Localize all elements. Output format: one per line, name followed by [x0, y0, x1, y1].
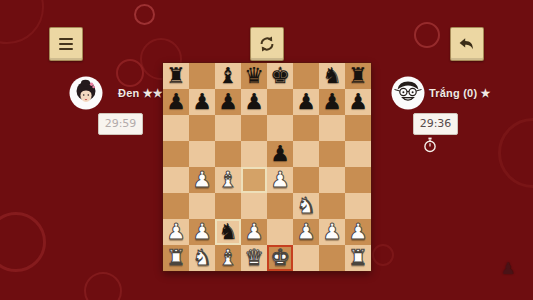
square-a1[interactable]: ♜ — [163, 245, 189, 271]
decor-circle — [84, 272, 122, 300]
undo-icon — [457, 34, 477, 54]
white-king: ♚ — [267, 245, 293, 271]
hamburger-icon — [59, 35, 73, 53]
square-f8[interactable] — [293, 63, 319, 89]
white-player-clock: 29:36 — [413, 113, 458, 135]
square-c3[interactable] — [215, 193, 241, 219]
white-player-avatar[interactable] — [391, 76, 425, 110]
black-pawn: ♟ — [267, 141, 293, 167]
chess-board: ♜♝♛♚♞♜♟♟♟♟♟♟♟♟♟♝♟♞♟♟♞♟♟♟♟♜♞♝♛♚♜ — [163, 63, 371, 271]
square-b5[interactable] — [189, 141, 215, 167]
square-g5[interactable] — [319, 141, 345, 167]
white-bishop: ♝ — [215, 245, 241, 271]
square-a8[interactable]: ♜ — [163, 63, 189, 89]
square-f4[interactable] — [293, 167, 319, 193]
square-a2[interactable]: ♟ — [163, 219, 189, 245]
black-pawn: ♟ — [345, 89, 371, 115]
white-bishop: ♝ — [215, 167, 241, 193]
square-g7[interactable]: ♟ — [319, 89, 345, 115]
white-pawn: ♟ — [293, 219, 319, 245]
decor-circle — [372, 244, 394, 266]
square-b3[interactable] — [189, 193, 215, 219]
square-h8[interactable]: ♜ — [345, 63, 371, 89]
square-f7[interactable]: ♟ — [293, 89, 319, 115]
square-c1[interactable]: ♝ — [215, 245, 241, 271]
white-pawn: ♟ — [345, 219, 371, 245]
decor-circle — [414, 22, 440, 48]
square-e5[interactable]: ♟ — [267, 141, 293, 167]
square-d6[interactable] — [241, 115, 267, 141]
white-queen: ♛ — [241, 245, 267, 271]
square-d4[interactable] — [241, 167, 267, 193]
square-d1[interactable]: ♛ — [241, 245, 267, 271]
square-d5[interactable] — [241, 141, 267, 167]
white-pawn: ♟ — [163, 219, 189, 245]
black-pawn: ♟ — [163, 89, 189, 115]
square-b7[interactable]: ♟ — [189, 89, 215, 115]
square-e1[interactable]: ♚ — [267, 245, 293, 271]
square-g6[interactable] — [319, 115, 345, 141]
square-f3[interactable]: ♞ — [293, 193, 319, 219]
black-king: ♚ — [267, 63, 293, 89]
black-rook: ♜ — [345, 63, 371, 89]
white-knight: ♞ — [293, 193, 319, 219]
square-h2[interactable]: ♟ — [345, 219, 371, 245]
square-d2[interactable]: ♟ — [241, 219, 267, 245]
white-pawn: ♟ — [319, 219, 345, 245]
square-e7[interactable] — [267, 89, 293, 115]
square-h3[interactable] — [345, 193, 371, 219]
square-d8[interactable]: ♛ — [241, 63, 267, 89]
square-b2[interactable]: ♟ — [189, 219, 215, 245]
square-h1[interactable]: ♜ — [345, 245, 371, 271]
square-c2[interactable]: ♞ — [215, 219, 241, 245]
square-c7[interactable]: ♟ — [215, 89, 241, 115]
pawn-icon: ♟ — [501, 259, 515, 278]
square-g1[interactable] — [319, 245, 345, 271]
square-f1[interactable] — [293, 245, 319, 271]
square-c6[interactable] — [215, 115, 241, 141]
square-g8[interactable]: ♞ — [319, 63, 345, 89]
square-a7[interactable]: ♟ — [163, 89, 189, 115]
square-a6[interactable] — [163, 115, 189, 141]
square-g3[interactable] — [319, 193, 345, 219]
square-f5[interactable] — [293, 141, 319, 167]
black-pawn: ♟ — [293, 89, 319, 115]
white-rook: ♜ — [163, 245, 189, 271]
black-rook: ♜ — [163, 63, 189, 89]
square-a3[interactable] — [163, 193, 189, 219]
black-pawn: ♟ — [241, 89, 267, 115]
square-b1[interactable]: ♞ — [189, 245, 215, 271]
decor-circle — [116, 59, 144, 87]
white-pawn: ♟ — [267, 167, 293, 193]
menu-button[interactable] — [49, 27, 83, 61]
white-rook: ♜ — [345, 245, 371, 271]
white-knight: ♞ — [189, 245, 215, 271]
black-bishop: ♝ — [215, 63, 241, 89]
white-pawn: ♟ — [189, 219, 215, 245]
white-player-name: Trắng (0) ★ — [429, 87, 491, 100]
refresh-icon — [257, 34, 277, 54]
white-pawn: ♟ — [189, 167, 215, 193]
square-d7[interactable]: ♟ — [241, 89, 267, 115]
square-h4[interactable] — [345, 167, 371, 193]
square-e8[interactable]: ♚ — [267, 63, 293, 89]
square-a5[interactable] — [163, 141, 189, 167]
square-e2[interactable] — [267, 219, 293, 245]
square-f6[interactable] — [293, 115, 319, 141]
square-d3[interactable] — [241, 193, 267, 219]
undo-button[interactable] — [450, 27, 484, 61]
black-player-avatar[interactable] — [69, 76, 103, 110]
square-h7[interactable]: ♟ — [345, 89, 371, 115]
square-e6[interactable] — [267, 115, 293, 141]
square-b4[interactable]: ♟ — [189, 167, 215, 193]
square-g4[interactable] — [319, 167, 345, 193]
decor-circle — [0, 0, 44, 44]
square-c8[interactable]: ♝ — [215, 63, 241, 89]
restart-button[interactable] — [250, 27, 284, 61]
white-pawn: ♟ — [241, 219, 267, 245]
decor-circle — [134, 4, 155, 25]
decor-circle — [0, 212, 46, 272]
square-f2[interactable]: ♟ — [293, 219, 319, 245]
square-g2[interactable]: ♟ — [319, 219, 345, 245]
black-queen: ♛ — [241, 63, 267, 89]
black-pawn: ♟ — [189, 89, 215, 115]
square-c4[interactable]: ♝ — [215, 167, 241, 193]
square-h6[interactable] — [345, 115, 371, 141]
chess-app: Đen ★★ 29:59 Trắng (0) ★ 29:36 ♜♝♛♚♞♜♟♟♟… — [0, 0, 533, 300]
square-b8[interactable] — [189, 63, 215, 89]
square-a4[interactable] — [163, 167, 189, 193]
black-player-name: Đen ★★ — [118, 87, 163, 100]
square-h5[interactable] — [345, 141, 371, 167]
black-knight: ♞ — [319, 63, 345, 89]
black-pawn: ♟ — [319, 89, 345, 115]
stopwatch-icon — [422, 137, 438, 157]
black-knight: ♞ — [215, 219, 241, 245]
black-player-clock: 29:59 — [98, 113, 143, 135]
decor-circle — [498, 118, 533, 188]
square-b6[interactable] — [189, 115, 215, 141]
square-e3[interactable] — [267, 193, 293, 219]
square-e4[interactable]: ♟ — [267, 167, 293, 193]
black-pawn: ♟ — [215, 89, 241, 115]
square-c5[interactable] — [215, 141, 241, 167]
